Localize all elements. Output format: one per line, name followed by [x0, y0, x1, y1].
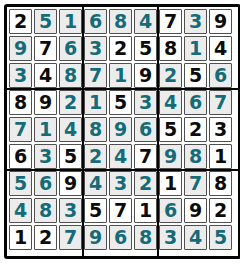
cell-r2c8-entered[interactable]: 1 — [184, 36, 207, 61]
cell-r5c4-entered[interactable]: 8 — [84, 117, 107, 142]
cell-r2c2-given[interactable]: 7 — [34, 36, 57, 61]
cell-r7c3-given[interactable]: 9 — [59, 171, 82, 196]
cell-r3c4-entered[interactable]: 7 — [84, 63, 107, 88]
cell-r4c1-given[interactable]: 8 — [9, 90, 32, 115]
cell-r4c4-entered[interactable]: 1 — [84, 90, 107, 115]
cell-r6c9-given[interactable]: 1 — [209, 144, 232, 169]
cell-r9c5-entered[interactable]: 6 — [109, 225, 132, 250]
cell-r3c8-given[interactable]: 5 — [184, 63, 207, 88]
cell-r6c2-entered[interactable]: 3 — [34, 144, 57, 169]
cell-r7c6-entered[interactable]: 2 — [134, 171, 157, 196]
cell-r5c1-entered[interactable]: 7 — [9, 117, 32, 142]
cell-r9c9-entered[interactable]: 5 — [209, 225, 232, 250]
cell-r6c5-entered[interactable]: 4 — [109, 144, 132, 169]
cell-r8c7-entered[interactable]: 6 — [159, 198, 182, 223]
cell-r6c3-given[interactable]: 5 — [59, 144, 82, 169]
box-divider-vertical-left — [82, 7, 84, 256]
cell-r6c4-entered[interactable]: 2 — [84, 144, 107, 169]
cell-r1c5-entered[interactable]: 8 — [109, 9, 132, 34]
cell-r6c1-given[interactable]: 6 — [9, 144, 32, 169]
sudoku-board: 2516847399763258143487192568921534677148… — [4, 4, 240, 259]
cell-r1c4-entered[interactable]: 6 — [84, 9, 107, 34]
cell-r7c8-entered[interactable]: 7 — [184, 171, 207, 196]
cell-r8c9-given[interactable]: 2 — [209, 198, 232, 223]
cell-r2c6-given[interactable]: 5 — [134, 36, 157, 61]
cell-r1c1-given[interactable]: 2 — [9, 9, 32, 34]
cell-r2c3-entered[interactable]: 6 — [59, 36, 82, 61]
box-divider-vertical-right — [157, 7, 159, 256]
cell-r7c7-given[interactable]: 1 — [159, 171, 182, 196]
cell-r1c3-entered[interactable]: 1 — [59, 9, 82, 34]
cell-r3c1-entered[interactable]: 3 — [9, 63, 32, 88]
box-divider-horizontal-bottom — [7, 169, 238, 171]
cell-r3c3-entered[interactable]: 8 — [59, 63, 82, 88]
cell-r4c3-entered[interactable]: 2 — [59, 90, 82, 115]
cell-r2c7-given[interactable]: 8 — [159, 36, 182, 61]
cell-r2c4-entered[interactable]: 3 — [84, 36, 107, 61]
box-divider-horizontal-top — [7, 88, 238, 90]
cell-r9c6-entered[interactable]: 8 — [134, 225, 157, 250]
cell-r5c2-entered[interactable]: 1 — [34, 117, 57, 142]
cell-r4c2-given[interactable]: 9 — [34, 90, 57, 115]
cell-r5c6-entered[interactable]: 6 — [134, 117, 157, 142]
cell-r2c5-given[interactable]: 2 — [109, 36, 132, 61]
cell-r7c5-entered[interactable]: 3 — [109, 171, 132, 196]
page: 2516847399763258143487192568921534677148… — [0, 0, 240, 259]
cell-r5c5-entered[interactable]: 9 — [109, 117, 132, 142]
cell-r3c7-entered[interactable]: 2 — [159, 63, 182, 88]
cell-r7c9-given[interactable]: 8 — [209, 171, 232, 196]
cell-r3c5-entered[interactable]: 1 — [109, 63, 132, 88]
cell-r5c9-given[interactable]: 3 — [209, 117, 232, 142]
cell-r3c9-entered[interactable]: 6 — [209, 63, 232, 88]
cell-r1c9-given[interactable]: 9 — [209, 9, 232, 34]
cell-r6c7-entered[interactable]: 9 — [159, 144, 182, 169]
cell-r4c5-given[interactable]: 5 — [109, 90, 132, 115]
cell-r3c6-given[interactable]: 9 — [134, 63, 157, 88]
cell-r2c1-entered[interactable]: 9 — [9, 36, 32, 61]
cell-r8c6-given[interactable]: 1 — [134, 198, 157, 223]
cell-r9c7-entered[interactable]: 3 — [159, 225, 182, 250]
cell-r3c2-given[interactable]: 4 — [34, 63, 57, 88]
cell-r1c2-entered[interactable]: 5 — [34, 9, 57, 34]
cell-r7c4-entered[interactable]: 4 — [84, 171, 107, 196]
cell-r4c9-entered[interactable]: 7 — [209, 90, 232, 115]
cell-r9c2-given[interactable]: 2 — [34, 225, 57, 250]
cell-r8c5-given[interactable]: 7 — [109, 198, 132, 223]
cell-r7c2-entered[interactable]: 6 — [34, 171, 57, 196]
cell-r8c2-entered[interactable]: 8 — [34, 198, 57, 223]
cell-r7c1-entered[interactable]: 5 — [9, 171, 32, 196]
cell-r6c8-entered[interactable]: 8 — [184, 144, 207, 169]
cell-r1c8-entered[interactable]: 3 — [184, 9, 207, 34]
cell-r8c4-given[interactable]: 5 — [84, 198, 107, 223]
cell-r1c6-entered[interactable]: 4 — [134, 9, 157, 34]
cell-r8c3-entered[interactable]: 3 — [59, 198, 82, 223]
cell-r5c3-entered[interactable]: 4 — [59, 117, 82, 142]
cell-r4c7-entered[interactable]: 4 — [159, 90, 182, 115]
cell-r1c7-given[interactable]: 7 — [159, 9, 182, 34]
cell-r5c8-given[interactable]: 2 — [184, 117, 207, 142]
cell-r4c6-entered[interactable]: 3 — [134, 90, 157, 115]
cell-r8c8-given[interactable]: 9 — [184, 198, 207, 223]
cell-r6c6-given[interactable]: 7 — [134, 144, 157, 169]
cell-r9c8-entered[interactable]: 4 — [184, 225, 207, 250]
cell-r9c3-entered[interactable]: 7 — [59, 225, 82, 250]
cell-r2c9-given[interactable]: 4 — [209, 36, 232, 61]
cell-r5c7-given[interactable]: 5 — [159, 117, 182, 142]
cell-r4c8-entered[interactable]: 6 — [184, 90, 207, 115]
cell-r9c1-given[interactable]: 1 — [9, 225, 32, 250]
cell-r8c1-entered[interactable]: 4 — [9, 198, 32, 223]
cell-r9c4-entered[interactable]: 9 — [84, 225, 107, 250]
